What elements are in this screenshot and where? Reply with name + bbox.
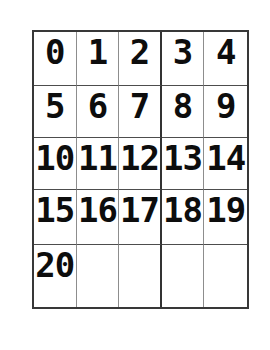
cell-12: 12 [119, 138, 162, 190]
cell-2: 2 [119, 32, 162, 86]
cell-20: 20 [34, 245, 77, 307]
cell-19: 19 [204, 190, 247, 245]
cell-6: 6 [77, 86, 120, 138]
cell-17: 17 [119, 190, 162, 245]
cell-18: 18 [162, 190, 205, 245]
cell-9: 9 [204, 86, 247, 138]
cell-1: 1 [77, 32, 120, 86]
worksheet-page: 0 1 2 3 4 5 6 7 8 9 10 11 12 13 14 15 16… [0, 0, 270, 350]
cell-13: 13 [162, 138, 205, 190]
cell-empty-1 [77, 245, 120, 307]
cell-10: 10 [34, 138, 77, 190]
cell-5: 5 [34, 86, 77, 138]
cell-0: 0 [34, 32, 77, 86]
cell-empty-3 [162, 245, 205, 307]
cell-7: 7 [119, 86, 162, 138]
cell-3: 3 [162, 32, 205, 86]
cell-16: 16 [77, 190, 120, 245]
number-chart-board: 0 1 2 3 4 5 6 7 8 9 10 11 12 13 14 15 16… [32, 30, 249, 309]
cell-8: 8 [162, 86, 205, 138]
cell-11: 11 [77, 138, 120, 190]
cell-empty-2 [119, 245, 162, 307]
cell-empty-4 [204, 245, 247, 307]
cell-15: 15 [34, 190, 77, 245]
cell-14: 14 [204, 138, 247, 190]
cell-4: 4 [204, 32, 247, 86]
